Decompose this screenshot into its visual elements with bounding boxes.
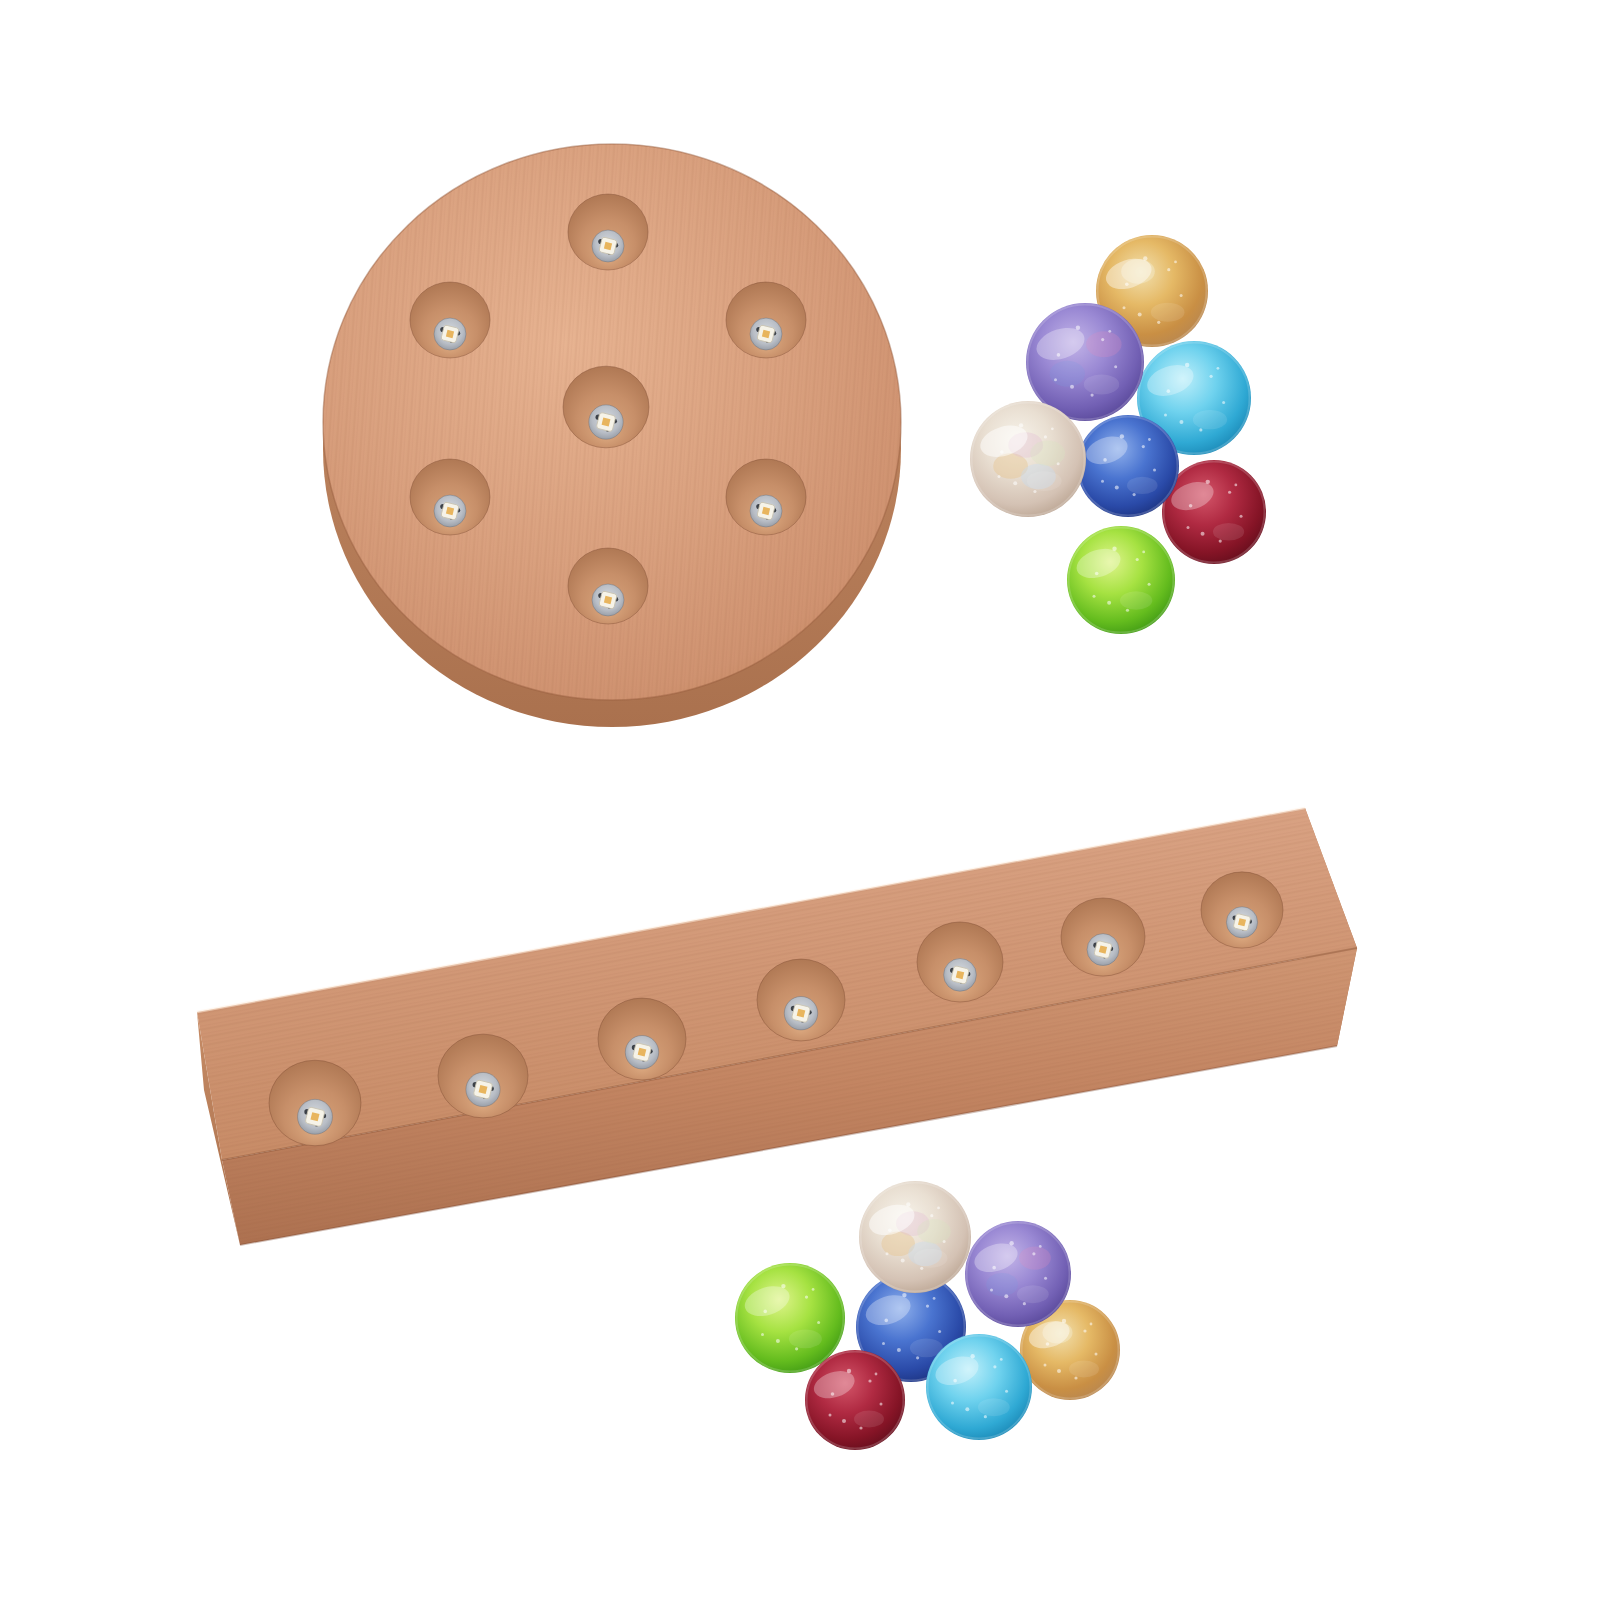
round-board-hole-upper-left[interactable] [410, 282, 490, 358]
round-board-hole-center[interactable] [563, 366, 649, 448]
strip-board-hole-3[interactable] [598, 998, 686, 1080]
led-module [298, 1099, 333, 1134]
led-module [750, 318, 782, 350]
round-board-hole-lower-right[interactable] [726, 459, 806, 535]
strip-board-hole-6[interactable] [1061, 898, 1145, 976]
scene-canvas [0, 0, 1600, 1600]
led-module [625, 1035, 658, 1068]
marble-green[interactable] [735, 1263, 845, 1373]
strip-board-hole-5[interactable] [917, 922, 1003, 1002]
led-module [944, 959, 977, 992]
led-module [592, 584, 624, 616]
strip-board-hole-1[interactable] [269, 1060, 361, 1146]
led-module [750, 495, 782, 527]
marble-pearl-clear[interactable] [970, 401, 1086, 517]
strip-board [197, 808, 1357, 1245]
round-board-hole-lower-left[interactable] [410, 459, 490, 535]
marble-pearl-clear[interactable] [859, 1181, 971, 1293]
led-module [1087, 934, 1119, 966]
round-board-hole-bottom[interactable] [568, 548, 648, 624]
round-board [323, 144, 901, 727]
led-module [784, 996, 817, 1029]
marble-dark-red[interactable] [805, 1350, 905, 1450]
strip-board-hole-2[interactable] [438, 1034, 528, 1118]
marble-cluster-top-right [970, 235, 1266, 634]
marble-violet[interactable] [965, 1221, 1071, 1327]
led-module [434, 318, 466, 350]
strip-board-hole-4[interactable] [757, 959, 845, 1041]
marble-sky-blue[interactable] [926, 1334, 1032, 1440]
led-module [466, 1072, 500, 1106]
marble-cluster-bottom [735, 1181, 1120, 1450]
round-board-hole-top[interactable] [568, 194, 648, 270]
led-module [1226, 907, 1257, 938]
round-board-hole-upper-right[interactable] [726, 282, 806, 358]
led-module [589, 405, 623, 439]
product-photo-stage [0, 0, 1600, 1600]
marble-dark-blue[interactable] [1077, 415, 1179, 517]
led-module [592, 230, 624, 262]
marble-green[interactable] [1067, 526, 1175, 634]
strip-board-hole-7[interactable] [1201, 872, 1283, 948]
led-module [434, 495, 466, 527]
